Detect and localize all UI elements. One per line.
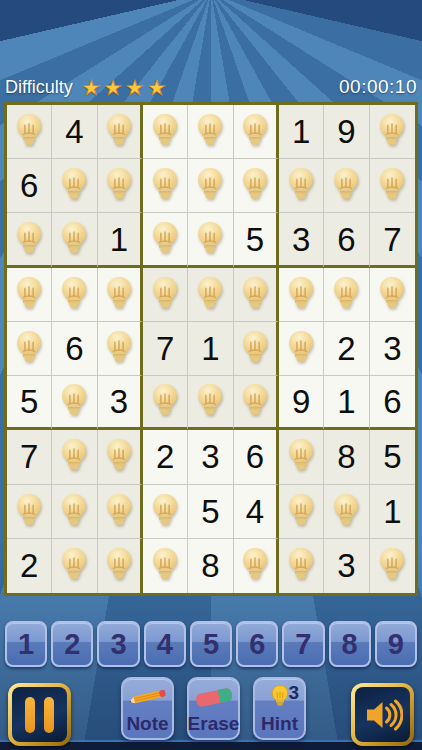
bulb-icon — [101, 274, 137, 315]
cell-r8c4[interactable] — [143, 485, 188, 539]
cell-r1c3[interactable] — [98, 105, 143, 159]
given-digit: 6 — [20, 169, 38, 202]
bulb-icon — [237, 111, 273, 152]
hint-label: Hint — [261, 713, 298, 735]
cell-r3c6[interactable]: 5 — [234, 213, 279, 267]
bulb-icon — [237, 545, 273, 586]
bulb-icon — [11, 274, 47, 315]
cell-r4c2[interactable] — [52, 268, 97, 322]
sound-button[interactable] — [351, 683, 414, 746]
cell-r5c4[interactable]: 7 — [143, 322, 188, 376]
bulb-icon — [147, 491, 183, 532]
bulb-icon — [328, 491, 364, 532]
cell-r9c3[interactable] — [98, 539, 143, 593]
bulb-icon — [56, 545, 92, 586]
numpad-button-9[interactable]: 9 — [375, 621, 417, 667]
game-timer: 00:00:10 — [339, 76, 417, 98]
cell-r4c4[interactable] — [143, 268, 188, 322]
cell-r1c9[interactable] — [370, 105, 415, 159]
pause-icon — [12, 687, 67, 742]
cell-r9c5[interactable]: 8 — [188, 539, 233, 593]
bulb-icon — [101, 328, 137, 369]
cell-r2c8[interactable] — [324, 159, 369, 213]
bulb-icon — [283, 436, 319, 477]
cell-r9c6[interactable] — [234, 539, 279, 593]
speaker-icon — [363, 695, 403, 735]
bulb-icon — [374, 274, 410, 315]
bulb-icon — [283, 491, 319, 532]
cell-r9c7[interactable] — [279, 539, 324, 593]
cell-r1c6[interactable] — [234, 105, 279, 159]
cell-r4c6[interactable] — [234, 268, 279, 322]
given-digit: 8 — [201, 549, 219, 582]
given-digit: 5 — [201, 495, 219, 528]
star-icon: ★ — [104, 77, 123, 98]
cell-r7c4[interactable]: 2 — [143, 430, 188, 484]
cell-r6c3[interactable]: 3 — [98, 376, 143, 430]
given-digit: 2 — [20, 549, 38, 582]
bulb-icon — [11, 328, 47, 369]
given-digit: 6 — [246, 440, 264, 473]
cell-r6c1[interactable]: 5 — [7, 376, 52, 430]
bulb-icon — [56, 381, 92, 422]
bulb-icon — [147, 111, 183, 152]
cell-r6c4[interactable] — [143, 376, 188, 430]
cell-r8c7[interactable] — [279, 485, 324, 539]
given-digit: 3 — [292, 223, 310, 256]
given-digit: 1 — [292, 115, 310, 148]
bulb-icon — [283, 545, 319, 586]
numpad-button-7[interactable]: 7 — [282, 621, 324, 667]
cell-r8c5[interactable]: 5 — [188, 485, 233, 539]
difficulty-label: Difficulty — [5, 77, 73, 98]
bulb-icon — [101, 165, 137, 206]
cell-r8c6[interactable]: 4 — [234, 485, 279, 539]
bulb-icon — [192, 274, 228, 315]
bulb-icon — [283, 274, 319, 315]
given-digit: 8 — [337, 440, 355, 473]
cell-r1c8[interactable]: 9 — [324, 105, 369, 159]
cell-r2c5[interactable] — [188, 159, 233, 213]
bulb-icon — [192, 381, 228, 422]
bulb-icon — [237, 165, 273, 206]
cell-r6c6[interactable] — [234, 376, 279, 430]
given-digit: 5 — [383, 440, 401, 473]
bulb-icon — [56, 219, 92, 260]
cell-r4c3[interactable] — [98, 268, 143, 322]
cell-r6c2[interactable] — [52, 376, 97, 430]
cell-r9c8[interactable]: 3 — [324, 539, 369, 593]
bulb-icon — [11, 219, 47, 260]
given-digit: 7 — [156, 332, 174, 365]
eraser-icon — [192, 684, 236, 710]
status-bar: Difficulty ★★★★ 00:00:10 — [0, 74, 422, 100]
bulb-icon — [192, 219, 228, 260]
cell-r3c9[interactable]: 7 — [370, 213, 415, 267]
given-digit: 6 — [337, 223, 355, 256]
given-digit: 5 — [246, 223, 264, 256]
given-digit: 1 — [110, 223, 128, 256]
difficulty-stars: ★★★★ — [82, 77, 166, 98]
cell-r5c8[interactable]: 2 — [324, 322, 369, 376]
bulb-icon — [374, 165, 410, 206]
star-icon: ★ — [82, 77, 101, 98]
given-digit: 6 — [383, 385, 401, 418]
cell-r3c2[interactable] — [52, 213, 97, 267]
pencil-icon — [126, 684, 170, 710]
given-digit: 4 — [246, 495, 264, 528]
cell-r7c1[interactable]: 7 — [7, 430, 52, 484]
cell-r2c3[interactable] — [98, 159, 143, 213]
bulb-icon — [237, 328, 273, 369]
cell-r8c8[interactable] — [324, 485, 369, 539]
cell-r5c3[interactable] — [98, 322, 143, 376]
bulb-icon — [283, 328, 319, 369]
cell-r1c1[interactable] — [7, 105, 52, 159]
bulb-icon — [101, 545, 137, 586]
bulb-icon — [11, 491, 47, 532]
bulb-icon — [328, 165, 364, 206]
given-digit: 2 — [156, 440, 174, 473]
given-digit: 7 — [20, 440, 38, 473]
numpad-button-2[interactable]: 2 — [51, 621, 93, 667]
cell-r2c4[interactable] — [143, 159, 188, 213]
cell-r8c1[interactable] — [7, 485, 52, 539]
erase-button[interactable]: Erase — [187, 677, 240, 740]
cell-r6c7[interactable]: 9 — [279, 376, 324, 430]
note-button[interactable]: Note — [121, 677, 174, 740]
cell-r2c2[interactable] — [52, 159, 97, 213]
cell-r4c9[interactable] — [370, 268, 415, 322]
cell-r3c5[interactable] — [188, 213, 233, 267]
bulb-icon — [147, 545, 183, 586]
cell-r5c9[interactable]: 3 — [370, 322, 415, 376]
cell-r8c3[interactable] — [98, 485, 143, 539]
cell-r5c6[interactable] — [234, 322, 279, 376]
cell-r1c4[interactable] — [143, 105, 188, 159]
cell-r6c9[interactable]: 6 — [370, 376, 415, 430]
given-digit: 6 — [65, 332, 83, 365]
hint-button[interactable]: 3 Hint — [253, 677, 306, 740]
given-digit: 2 — [337, 332, 355, 365]
bulb-icon — [237, 274, 273, 315]
given-digit: 4 — [65, 115, 83, 148]
sudoku-app: Difficulty ★★★★ 00:00:10 4 — [0, 0, 422, 750]
cell-r4c1[interactable] — [7, 268, 52, 322]
bulb-icon — [192, 111, 228, 152]
bulb-icon — [56, 436, 92, 477]
cell-r6c8[interactable]: 1 — [324, 376, 369, 430]
given-digit: 3 — [337, 549, 355, 582]
cell-r2c6[interactable] — [234, 159, 279, 213]
cell-r9c2[interactable] — [52, 539, 97, 593]
bulb-icon — [147, 165, 183, 206]
given-digit: 9 — [337, 115, 355, 148]
bulb-icon — [101, 111, 137, 152]
note-label: Note — [126, 713, 168, 735]
sudoku-board: 4 19 6 — [4, 102, 418, 596]
cell-r9c4[interactable] — [143, 539, 188, 593]
numpad-button-1[interactable]: 1 — [5, 621, 47, 667]
pause-button[interactable] — [8, 683, 71, 746]
given-digit: 3 — [383, 332, 401, 365]
given-digit: 1 — [337, 385, 355, 418]
given-digit: 7 — [383, 223, 401, 256]
numpad-button-3[interactable]: 3 — [97, 621, 139, 667]
given-digit: 1 — [383, 495, 401, 528]
star-icon: ★ — [125, 77, 144, 98]
given-digit: 3 — [110, 385, 128, 418]
bulb-icon — [192, 165, 228, 206]
cell-r4c7[interactable] — [279, 268, 324, 322]
given-digit: 3 — [201, 440, 219, 473]
hint-count-badge: 3 — [288, 682, 299, 704]
bulb-icon — [101, 436, 137, 477]
number-pad: 123456789 — [5, 621, 417, 667]
cell-r1c7[interactable]: 1 — [279, 105, 324, 159]
cell-r6c5[interactable] — [188, 376, 233, 430]
numpad-button-6[interactable]: 6 — [236, 621, 278, 667]
bulb-icon — [147, 274, 183, 315]
cell-r7c2[interactable] — [52, 430, 97, 484]
bulb-icon — [374, 545, 410, 586]
cell-r2c7[interactable] — [279, 159, 324, 213]
cell-r4c8[interactable] — [324, 268, 369, 322]
cell-r5c5[interactable]: 1 — [188, 322, 233, 376]
cell-r5c1[interactable] — [7, 322, 52, 376]
cell-r8c9[interactable]: 1 — [370, 485, 415, 539]
bulb-icon — [328, 274, 364, 315]
numpad-button-4[interactable]: 4 — [144, 621, 186, 667]
cell-r4c5[interactable] — [188, 268, 233, 322]
cell-r2c1[interactable]: 6 — [7, 159, 52, 213]
bulb-icon — [101, 491, 137, 532]
bulb-icon — [56, 165, 92, 206]
cell-r7c3[interactable] — [98, 430, 143, 484]
erase-label: Erase — [188, 713, 240, 735]
cell-r7c5[interactable]: 3 — [188, 430, 233, 484]
cell-r7c9[interactable]: 5 — [370, 430, 415, 484]
star-icon: ★ — [147, 77, 166, 98]
cell-r3c7[interactable]: 3 — [279, 213, 324, 267]
cell-r7c6[interactable]: 6 — [234, 430, 279, 484]
cell-r3c8[interactable]: 6 — [324, 213, 369, 267]
cell-r9c1[interactable]: 2 — [7, 539, 52, 593]
bulb-icon — [237, 381, 273, 422]
cell-r7c8[interactable]: 8 — [324, 430, 369, 484]
cell-r3c1[interactable] — [7, 213, 52, 267]
cell-r8c2[interactable] — [52, 485, 97, 539]
bulb-icon — [56, 274, 92, 315]
bulb-icon — [374, 111, 410, 152]
given-digit: 5 — [20, 385, 38, 418]
bulb-icon — [283, 165, 319, 206]
cell-r2c9[interactable] — [370, 159, 415, 213]
given-digit: 1 — [201, 332, 219, 365]
bulb-icon — [11, 111, 47, 152]
cell-r5c2[interactable]: 6 — [52, 322, 97, 376]
cell-r5c7[interactable] — [279, 322, 324, 376]
bulb-icon — [56, 491, 92, 532]
cell-r1c5[interactable] — [188, 105, 233, 159]
numpad-button-5[interactable]: 5 — [190, 621, 232, 667]
cell-r1c2[interactable]: 4 — [52, 105, 97, 159]
cell-r3c3[interactable]: 1 — [98, 213, 143, 267]
cell-r7c7[interactable] — [279, 430, 324, 484]
cell-r9c9[interactable] — [370, 539, 415, 593]
bulb-icon — [147, 381, 183, 422]
cell-r3c4[interactable] — [143, 213, 188, 267]
numpad-button-8[interactable]: 8 — [329, 621, 371, 667]
bulb-icon — [147, 219, 183, 260]
given-digit: 9 — [292, 385, 310, 418]
